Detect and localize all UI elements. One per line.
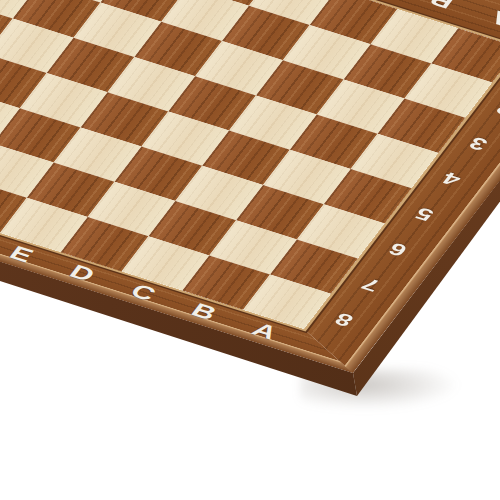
chessboard-photo: AABBCCDDEEFFGGHH12345678	[0, 0, 500, 500]
